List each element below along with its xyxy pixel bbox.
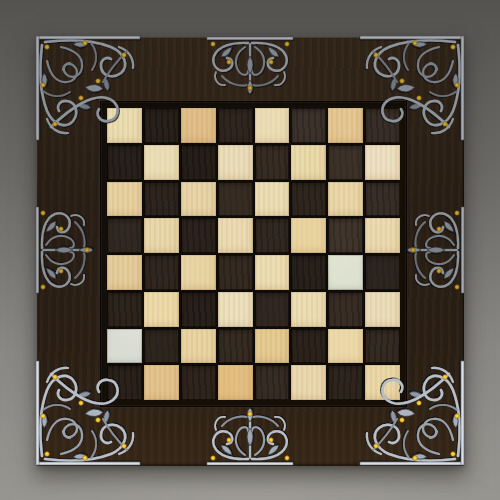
corner-filigree-mount-top-left (35, 35, 141, 141)
square-r6c6 (291, 292, 326, 327)
square-r4c3 (181, 218, 216, 253)
square-r8c3 (181, 365, 216, 400)
square-r5c1 (107, 255, 142, 290)
square-r1c5 (255, 108, 290, 143)
corner-filigree-mount-top-right (359, 35, 465, 141)
square-r3c8 (365, 182, 400, 217)
square-r7c2 (144, 329, 179, 364)
square-r2c5 (255, 145, 290, 180)
square-r5c3 (181, 255, 216, 290)
square-r4c6 (291, 218, 326, 253)
square-r4c5 (255, 218, 290, 253)
square-r8c5 (255, 365, 290, 400)
square-r2c6 (291, 145, 326, 180)
square-r8c6 (291, 365, 326, 400)
square-r7c6 (291, 329, 326, 364)
square-r7c7 (328, 329, 363, 364)
edge-filigree-mount-top (202, 36, 298, 96)
edge-filigree-mount-right (405, 202, 465, 298)
square-r6c7 (328, 292, 363, 327)
square-r1c2 (144, 108, 179, 143)
square-r4c4 (218, 218, 253, 253)
square-r1c6 (291, 108, 326, 143)
square-r4c2 (144, 218, 179, 253)
square-r6c5 (255, 292, 290, 327)
square-r4c7 (328, 218, 363, 253)
corner-filigree-mount-bottom-left (35, 360, 141, 466)
edge-filigree-mount-bottom (202, 406, 298, 466)
square-r2c3 (181, 145, 216, 180)
square-r5c2 (144, 255, 179, 290)
square-r2c8 (365, 145, 400, 180)
square-r5c7 (328, 255, 363, 290)
square-r6c4 (218, 292, 253, 327)
square-r5c5 (255, 255, 290, 290)
square-r5c6 (291, 255, 326, 290)
square-r7c8 (365, 329, 400, 364)
square-r2c1 (107, 145, 142, 180)
square-r3c6 (291, 182, 326, 217)
square-r5c4 (218, 255, 253, 290)
square-r7c3 (181, 329, 216, 364)
edge-filigree-mount-left (35, 202, 95, 298)
square-r6c3 (181, 292, 216, 327)
square-r4c1 (107, 218, 142, 253)
square-r7c5 (255, 329, 290, 364)
square-r7c4 (218, 329, 253, 364)
square-r8c2 (144, 365, 179, 400)
square-r4c8 (365, 218, 400, 253)
square-r3c7 (328, 182, 363, 217)
square-r3c4 (218, 182, 253, 217)
square-r8c4 (218, 365, 253, 400)
square-r3c2 (144, 182, 179, 217)
board-grid (107, 108, 400, 400)
square-r2c4 (218, 145, 253, 180)
square-r8c7 (328, 365, 363, 400)
square-r6c1 (107, 292, 142, 327)
square-r1c4 (218, 108, 253, 143)
square-r6c2 (144, 292, 179, 327)
square-r2c2 (144, 145, 179, 180)
square-r3c3 (181, 182, 216, 217)
corner-filigree-mount-bottom-right (359, 360, 465, 466)
square-r3c1 (107, 182, 142, 217)
square-r1c3 (181, 108, 216, 143)
square-r7c1 (107, 329, 142, 364)
square-r2c7 (328, 145, 363, 180)
square-r1c7 (328, 108, 363, 143)
studio-photo (0, 0, 500, 500)
square-r6c8 (365, 292, 400, 327)
square-r5c8 (365, 255, 400, 290)
square-r3c5 (255, 182, 290, 217)
